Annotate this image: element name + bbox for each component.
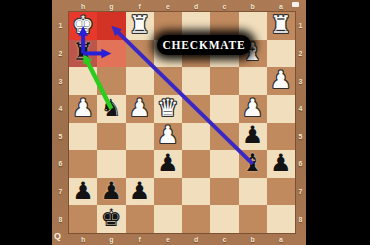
file-label-g: g (97, 0, 125, 12)
square-f4[interactable]: ♟ (126, 95, 154, 123)
square-h4[interactable]: ♟ (69, 95, 97, 123)
file-label-b: b (239, 0, 267, 12)
rank-label-6: 6 (52, 150, 69, 178)
square-b3[interactable] (239, 67, 267, 95)
white-rook: ♜ (129, 13, 151, 37)
file-label-e: e (154, 233, 182, 245)
square-a3[interactable]: ♟ (267, 67, 295, 95)
white-king: ♚ (72, 13, 94, 37)
rank-label-5: 5 (295, 123, 306, 151)
rank-label-8: 8 (295, 205, 306, 233)
square-g3[interactable] (97, 67, 125, 95)
file-label-a: a (267, 233, 295, 245)
rank-label-6: 6 (295, 150, 306, 178)
white-pawn: ♟ (129, 96, 151, 120)
file-label-h: h (69, 233, 97, 245)
black-bishop: ♝ (242, 151, 264, 175)
file-label-f: f (126, 0, 154, 12)
square-d5[interactable] (182, 123, 210, 151)
square-b6[interactable]: ♝ (239, 150, 267, 178)
square-a8[interactable] (267, 205, 295, 233)
square-a6[interactable]: ♟ (267, 150, 295, 178)
square-e5[interactable]: ♟ (154, 123, 182, 151)
square-f5[interactable] (126, 123, 154, 151)
square-f8[interactable] (126, 205, 154, 233)
rank-label-8: 8 (52, 205, 69, 233)
black-king: ♚ (101, 206, 123, 230)
rank-label-3: 3 (52, 67, 69, 95)
square-e4[interactable]: ♛ (154, 95, 182, 123)
file-label-c: c (210, 0, 238, 12)
square-d4[interactable] (182, 95, 210, 123)
square-h7[interactable]: ♟ (69, 178, 97, 206)
square-b4[interactable]: ♟ (239, 95, 267, 123)
file-labels-bottom: hgfedcba (69, 233, 295, 245)
file-label-e: e (154, 0, 182, 12)
white-pawn: ♟ (242, 96, 264, 120)
square-h3[interactable] (69, 67, 97, 95)
white-pawn: ♟ (157, 123, 179, 147)
black-pawn: ♟ (72, 179, 94, 203)
rank-label-5: 5 (52, 123, 69, 151)
square-d8[interactable] (182, 205, 210, 233)
square-h6[interactable] (69, 150, 97, 178)
rank-label-7: 7 (52, 178, 69, 206)
black-rook: ♜ (72, 40, 94, 64)
square-a2[interactable] (267, 40, 295, 68)
square-a1[interactable]: ♜ (267, 12, 295, 40)
rank-label-2: 2 (52, 40, 69, 68)
square-h5[interactable] (69, 123, 97, 151)
square-g4[interactable]: ♞ (97, 95, 125, 123)
white-queen: ♛ (157, 96, 179, 120)
black-pawn: ♟ (129, 179, 151, 203)
rank-labels-right: 12345678 (295, 12, 306, 233)
square-h2[interactable]: ♜ (69, 40, 97, 68)
square-g5[interactable] (97, 123, 125, 151)
page: { "game": "chess", "banner": { "text": "… (0, 0, 370, 245)
square-h8[interactable] (69, 205, 97, 233)
white-pawn: ♟ (72, 96, 94, 120)
file-label-h: h (69, 0, 97, 12)
square-f6[interactable] (126, 150, 154, 178)
square-f3[interactable] (126, 67, 154, 95)
rank-label-3: 3 (295, 67, 306, 95)
square-e6[interactable]: ♟ (154, 150, 182, 178)
square-a7[interactable] (267, 178, 295, 206)
square-b8[interactable] (239, 205, 267, 233)
square-g2[interactable] (97, 40, 125, 68)
square-g8[interactable]: ♚ (97, 205, 125, 233)
square-c4[interactable] (210, 95, 238, 123)
square-e3[interactable] (154, 67, 182, 95)
checkmate-banner: CHECKMATE (157, 35, 251, 55)
corner-square-mark (292, 2, 299, 7)
square-c8[interactable] (210, 205, 238, 233)
white-pawn: ♟ (270, 68, 292, 92)
square-g1[interactable] (97, 12, 125, 40)
square-c6[interactable] (210, 150, 238, 178)
corner-logo: Q (54, 232, 61, 241)
file-label-g: g (97, 233, 125, 245)
black-pawn: ♟ (270, 151, 292, 175)
rank-label-1: 1 (52, 12, 69, 40)
file-label-c: c (210, 233, 238, 245)
file-label-b: b (239, 233, 267, 245)
square-c5[interactable] (210, 123, 238, 151)
square-c7[interactable] (210, 178, 238, 206)
square-f7[interactable]: ♟ (126, 178, 154, 206)
rank-label-1: 1 (295, 12, 306, 40)
black-pawn: ♟ (242, 123, 264, 147)
file-label-d: d (182, 0, 210, 12)
file-labels-top: hgfedcba (69, 0, 295, 12)
square-f2[interactable] (126, 40, 154, 68)
file-label-f: f (126, 233, 154, 245)
rank-label-2: 2 (295, 40, 306, 68)
square-h1[interactable]: ♚ (69, 12, 97, 40)
square-d3[interactable] (182, 67, 210, 95)
square-e8[interactable] (154, 205, 182, 233)
file-label-d: d (182, 233, 210, 245)
rank-labels-left: 12345678 (52, 12, 69, 233)
square-d6[interactable] (182, 150, 210, 178)
square-e7[interactable] (154, 178, 182, 206)
square-g7[interactable]: ♟ (97, 178, 125, 206)
square-f1[interactable]: ♜ (126, 12, 154, 40)
square-a5[interactable] (267, 123, 295, 151)
file-label-a: a (267, 0, 295, 12)
rank-label-4: 4 (295, 95, 306, 123)
black-pawn: ♟ (157, 151, 179, 175)
rank-label-7: 7 (295, 178, 306, 206)
rank-label-4: 4 (52, 95, 69, 123)
square-c3[interactable] (210, 67, 238, 95)
square-d7[interactable] (182, 178, 210, 206)
black-knight: ♞ (101, 96, 123, 120)
square-a4[interactable] (267, 95, 295, 123)
square-g6[interactable] (97, 150, 125, 178)
black-pawn: ♟ (101, 179, 123, 203)
white-rook: ♜ (270, 13, 292, 37)
square-b5[interactable]: ♟ (239, 123, 267, 151)
square-b7[interactable] (239, 178, 267, 206)
